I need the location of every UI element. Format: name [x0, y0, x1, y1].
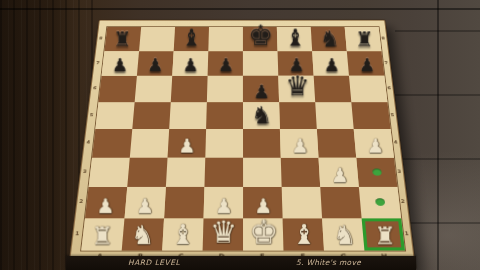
square-d5[interactable]	[206, 102, 243, 129]
black-pawn-g7[interactable]: ♟	[323, 56, 339, 74]
white-bishop-c1[interactable]: ♝	[170, 221, 194, 248]
square-d4[interactable]	[205, 129, 243, 157]
plank-seam-right	[437, 0, 439, 270]
square-b1[interactable]: ♞	[122, 218, 164, 251]
plank-seam-top	[0, 8, 480, 10]
square-d2[interactable]: ♟	[204, 187, 244, 218]
black-pawn-b7[interactable]: ♟	[147, 56, 163, 74]
rank-label-8: 8	[379, 26, 388, 50]
black-rook-a8[interactable]: ♜	[113, 29, 131, 50]
white-queen-d1[interactable]: ♛	[209, 218, 236, 249]
square-a4[interactable]	[92, 129, 132, 157]
square-e1[interactable]: ♚	[243, 218, 283, 251]
white-knight-b1[interactable]: ♞	[130, 222, 153, 248]
chessboard: ♜♝♚♝♞♜♟♟♟♟♟♟♟♟♛♞♟♟♟♟♟♟♟♟♜♞♝♛♚♝♞♜	[80, 26, 406, 251]
square-d1[interactable]: ♛	[203, 218, 243, 251]
square-c6[interactable]	[171, 76, 208, 102]
square-f5[interactable]	[279, 102, 317, 129]
square-f6[interactable]: ♛	[278, 76, 315, 102]
white-rook-a1[interactable]: ♜	[91, 224, 113, 248]
square-b2[interactable]: ♟	[125, 187, 166, 218]
square-e8[interactable]: ♚	[243, 27, 278, 51]
move-hint-dot-h2[interactable]	[375, 198, 385, 206]
square-e5[interactable]: ♞	[243, 102, 280, 129]
black-knight-e5[interactable]: ♞	[251, 103, 272, 127]
square-b8[interactable]	[139, 27, 175, 51]
white-pawn-c4[interactable]: ♟	[178, 136, 195, 155]
square-f8[interactable]: ♝	[277, 27, 312, 51]
square-f3[interactable]	[281, 157, 320, 187]
white-pawn-a2[interactable]: ♟	[96, 196, 114, 216]
square-d8[interactable]	[208, 27, 243, 51]
square-b4[interactable]	[130, 129, 169, 157]
white-pawn-d2[interactable]: ♟	[214, 196, 232, 216]
square-g5[interactable]	[315, 102, 354, 129]
square-f2[interactable]	[282, 187, 322, 218]
square-a7[interactable]: ♟	[102, 51, 140, 76]
black-rook-h8[interactable]: ♜	[355, 29, 373, 50]
white-rook-h1[interactable]: ♜	[374, 224, 396, 248]
square-f4[interactable]: ♟	[280, 129, 319, 157]
square-b7[interactable]: ♟	[137, 51, 174, 76]
black-knight-g8[interactable]: ♞	[319, 27, 339, 49]
square-a8[interactable]: ♜	[104, 27, 141, 51]
white-bishop-f1[interactable]: ♝	[291, 221, 315, 248]
square-h7[interactable]: ♟	[347, 51, 385, 76]
white-king-e1[interactable]: ♚	[249, 216, 278, 249]
status-bar: HARD LEVEL 5. White's move	[66, 256, 416, 270]
square-c1[interactable]: ♝	[162, 218, 203, 251]
square-h5[interactable]	[351, 102, 390, 129]
square-b3[interactable]	[127, 157, 167, 187]
square-a2[interactable]: ♟	[85, 187, 127, 218]
square-h3[interactable]	[356, 157, 397, 187]
white-pawn-h4[interactable]: ♟	[366, 136, 383, 155]
square-c3[interactable]	[166, 157, 205, 187]
chessboard-scene: ♜♝♚♝♞♜♟♟♟♟♟♟♟♟♛♞♟♟♟♟♟♟♟♟♜♞♝♛♚♝♞♜ ABCDEFG…	[72, 18, 412, 264]
square-g1[interactable]: ♞	[322, 218, 364, 251]
move-hint-dot-h3[interactable]	[372, 168, 382, 175]
square-d7[interactable]: ♟	[208, 51, 243, 76]
square-c7[interactable]: ♟	[172, 51, 208, 76]
black-bishop-c8[interactable]: ♝	[181, 26, 202, 49]
square-g4[interactable]	[317, 129, 356, 157]
square-g2[interactable]	[320, 187, 361, 218]
square-d3[interactable]	[204, 157, 243, 187]
black-queen-f6[interactable]: ♛	[285, 73, 309, 100]
square-g8[interactable]: ♞	[311, 27, 347, 51]
black-pawn-d7[interactable]: ♟	[217, 56, 233, 74]
square-h6[interactable]	[349, 76, 387, 102]
square-c8[interactable]: ♝	[174, 27, 209, 51]
white-pawn-f4[interactable]: ♟	[291, 136, 308, 155]
white-pawn-g3[interactable]: ♟	[331, 165, 349, 185]
square-h2[interactable]	[359, 187, 401, 218]
square-a1[interactable]: ♜	[81, 218, 124, 251]
square-c5[interactable]	[169, 102, 207, 129]
square-c4[interactable]: ♟	[168, 129, 207, 157]
square-e6[interactable]: ♟	[243, 76, 279, 102]
square-f1[interactable]: ♝	[283, 218, 324, 251]
square-h8[interactable]: ♜	[345, 27, 382, 51]
black-pawn-e6[interactable]: ♟	[253, 82, 270, 101]
square-g6[interactable]	[314, 76, 352, 102]
square-e4[interactable]	[243, 129, 281, 157]
board-frame: ♜♝♚♝♞♜♟♟♟♟♟♟♟♟♛♞♟♟♟♟♟♟♟♟♜♞♝♛♚♝♞♜ ABCDEFG…	[68, 20, 416, 269]
square-d6[interactable]	[207, 76, 243, 102]
black-pawn-h7[interactable]: ♟	[358, 56, 374, 74]
square-a3[interactable]	[89, 157, 130, 187]
difficulty-level-label: HARD LEVEL	[128, 258, 180, 267]
square-c2[interactable]	[164, 187, 204, 218]
square-g3[interactable]: ♟	[318, 157, 358, 187]
square-b5[interactable]	[132, 102, 170, 129]
square-h4[interactable]: ♟	[354, 129, 394, 157]
white-knight-g1[interactable]: ♞	[332, 222, 355, 248]
square-h1[interactable]: ♜	[362, 218, 405, 251]
black-pawn-c7[interactable]: ♟	[182, 56, 198, 74]
square-e7[interactable]	[243, 51, 278, 76]
square-a6[interactable]	[99, 76, 137, 102]
square-g7[interactable]: ♟	[312, 51, 349, 76]
black-pawn-a7[interactable]: ♟	[111, 56, 127, 74]
board-3d-tilt: ♜♝♚♝♞♜♟♟♟♟♟♟♟♟♛♞♟♟♟♟♟♟♟♟♜♞♝♛♚♝♞♜ ABCDEFG…	[68, 20, 416, 269]
black-bishop-f8[interactable]: ♝	[284, 26, 305, 49]
white-pawn-b2[interactable]: ♟	[135, 196, 153, 216]
move-turn-indicator: 5. White's move	[296, 258, 361, 267]
square-e3[interactable]	[243, 157, 282, 187]
square-b6[interactable]	[135, 76, 173, 102]
black-king-e8[interactable]: ♚	[248, 21, 273, 49]
square-a5[interactable]	[95, 102, 134, 129]
